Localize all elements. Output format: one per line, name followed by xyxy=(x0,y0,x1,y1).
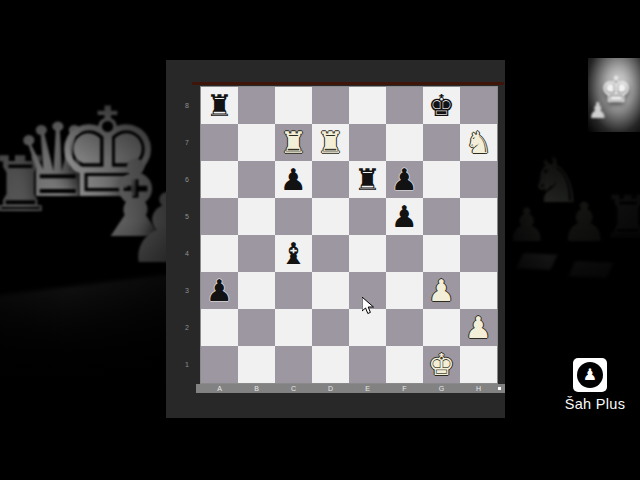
square-f3[interactable] xyxy=(386,272,423,309)
file-coordinate-strip: ABCDEFGH xyxy=(196,384,505,393)
square-d5[interactable] xyxy=(312,198,349,235)
chess-board[interactable]: ♜♚♜♜♞♟♜♟♟♝♟♟♟♚ xyxy=(200,86,498,384)
square-h6[interactable] xyxy=(460,161,497,198)
chessboard-surface xyxy=(517,253,558,270)
background-photo-right: ♞ ♟ ♟ ♜ xyxy=(498,140,640,315)
square-d8[interactable] xyxy=(312,87,349,124)
piece-black-pawn-c6[interactable]: ♟ xyxy=(275,161,312,198)
square-f6[interactable]: ♟ xyxy=(386,161,423,198)
square-f8[interactable] xyxy=(386,87,423,124)
decor-pawn-icon: ♟ xyxy=(124,181,168,277)
decor-bishop-icon: ♝ xyxy=(88,147,168,253)
channel-name: Šah Plus xyxy=(540,396,640,412)
decor-rook-icon: ♜ xyxy=(0,147,54,223)
square-a3[interactable]: ♟ xyxy=(201,272,238,309)
square-d7[interactable]: ♜ xyxy=(312,124,349,161)
square-f4[interactable] xyxy=(386,235,423,272)
square-g7[interactable] xyxy=(423,124,460,161)
piece-white-knight-h7[interactable]: ♞ xyxy=(460,124,497,161)
square-g8[interactable]: ♚ xyxy=(423,87,460,124)
square-b7[interactable] xyxy=(238,124,275,161)
piece-white-king-g1[interactable]: ♚ xyxy=(423,346,460,383)
chess-app-panel: 87654321 ♜♚♜♜♞♟♜♟♟♝♟♟♟♚ ABCDEFGH xyxy=(166,60,505,418)
square-a7[interactable] xyxy=(201,124,238,161)
square-b6[interactable] xyxy=(238,161,275,198)
square-c6[interactable]: ♟ xyxy=(275,161,312,198)
rank-label-3: 3 xyxy=(178,272,196,309)
square-b4[interactable] xyxy=(238,235,275,272)
piece-black-pawn-f5[interactable]: ♟ xyxy=(386,198,423,235)
piece-white-rook-d7[interactable]: ♜ xyxy=(312,124,349,161)
file-labels: ABCDEFGH xyxy=(201,384,497,393)
decor-rook-icon: ♜ xyxy=(602,188,640,246)
square-g4[interactable] xyxy=(423,235,460,272)
piece-black-rook-e6[interactable]: ♜ xyxy=(349,161,386,198)
square-c8[interactable] xyxy=(275,87,312,124)
square-e8[interactable] xyxy=(349,87,386,124)
file-label-b: B xyxy=(238,384,275,393)
square-e5[interactable] xyxy=(349,198,386,235)
rank-label-8: 8 xyxy=(178,87,196,124)
file-label-e: E xyxy=(349,384,386,393)
square-g5[interactable] xyxy=(423,198,460,235)
square-d2[interactable] xyxy=(312,309,349,346)
decor-queen-icon: ♛ xyxy=(12,110,103,212)
square-c7[interactable]: ♜ xyxy=(275,124,312,161)
square-b1[interactable] xyxy=(238,346,275,383)
piece-white-rook-c7[interactable]: ♜ xyxy=(275,124,312,161)
file-label-c: C xyxy=(275,384,312,393)
square-e6[interactable]: ♜ xyxy=(349,161,386,198)
decor-knight-icon: ♞ xyxy=(528,150,584,212)
square-a1[interactable] xyxy=(201,346,238,383)
file-label-h: H xyxy=(460,384,497,393)
square-b5[interactable] xyxy=(238,198,275,235)
background-photo-right-top: ♚ ♟ xyxy=(588,58,640,132)
square-g3[interactable]: ♟ xyxy=(423,272,460,309)
square-e4[interactable] xyxy=(349,235,386,272)
square-g1[interactable]: ♚ xyxy=(423,346,460,383)
square-c3[interactable] xyxy=(275,272,312,309)
square-d6[interactable] xyxy=(312,161,349,198)
file-label-g: G xyxy=(423,384,460,393)
square-e1[interactable] xyxy=(349,346,386,383)
rank-label-7: 7 xyxy=(178,124,196,161)
square-d4[interactable] xyxy=(312,235,349,272)
chessboard-surface xyxy=(0,274,168,406)
square-f7[interactable] xyxy=(386,124,423,161)
square-h4[interactable] xyxy=(460,235,497,272)
square-h5[interactable] xyxy=(460,198,497,235)
decor-white-pawn-icon: ♟ xyxy=(588,100,608,122)
square-a2[interactable] xyxy=(201,309,238,346)
strip-corner-dot xyxy=(498,387,501,390)
rank-label-4: 4 xyxy=(178,235,196,272)
square-a5[interactable] xyxy=(201,198,238,235)
square-c1[interactable] xyxy=(275,346,312,383)
decor-pawn-icon: ♟ xyxy=(560,196,608,250)
square-h3[interactable] xyxy=(460,272,497,309)
square-h1[interactable] xyxy=(460,346,497,383)
square-g6[interactable] xyxy=(423,161,460,198)
square-c4[interactable]: ♝ xyxy=(275,235,312,272)
square-f5[interactable]: ♟ xyxy=(386,198,423,235)
rank-label-6: 6 xyxy=(178,161,196,198)
square-d3[interactable] xyxy=(312,272,349,309)
panel-accent-line xyxy=(192,82,504,85)
file-label-d: D xyxy=(312,384,349,393)
square-a6[interactable] xyxy=(201,161,238,198)
square-h2[interactable]: ♟ xyxy=(460,309,497,346)
square-c2[interactable] xyxy=(275,309,312,346)
video-frame: { "game": "chess", "position": { "fen": … xyxy=(0,0,640,480)
rank-label-2: 2 xyxy=(178,309,196,346)
piece-black-rook-a8[interactable]: ♜ xyxy=(201,87,238,124)
square-f1[interactable] xyxy=(386,346,423,383)
decor-king-icon: ♚ xyxy=(52,91,163,215)
channel-logo: ♟ xyxy=(573,358,607,392)
piece-black-pawn-a3[interactable]: ♟ xyxy=(201,272,238,309)
decor-pawn-icon: ♟ xyxy=(506,202,547,248)
logo-circle: ♟ xyxy=(577,362,603,388)
square-a4[interactable] xyxy=(201,235,238,272)
square-d1[interactable] xyxy=(312,346,349,383)
square-e7[interactable] xyxy=(349,124,386,161)
square-b3[interactable] xyxy=(238,272,275,309)
piece-white-pawn-g3[interactable]: ♟ xyxy=(423,272,460,309)
rank-label-5: 5 xyxy=(178,198,196,235)
square-g2[interactable] xyxy=(423,309,460,346)
square-h8[interactable] xyxy=(460,87,497,124)
square-a8[interactable]: ♜ xyxy=(201,87,238,124)
chessboard-surface xyxy=(569,261,614,278)
piece-black-pawn-f6[interactable]: ♟ xyxy=(386,161,423,198)
mouse-cursor xyxy=(362,297,375,316)
square-h7[interactable]: ♞ xyxy=(460,124,497,161)
rank-label-1: 1 xyxy=(178,346,196,383)
piece-black-king-g8[interactable]: ♚ xyxy=(423,87,460,124)
piece-black-bishop-c4[interactable]: ♝ xyxy=(275,235,312,272)
square-b8[interactable] xyxy=(238,87,275,124)
file-label-a: A xyxy=(201,384,238,393)
square-f2[interactable] xyxy=(386,309,423,346)
square-c5[interactable] xyxy=(275,198,312,235)
square-b2[interactable] xyxy=(238,309,275,346)
background-photo-left: ♜ ♛ ♚ ♝ ♟ xyxy=(0,55,168,425)
rank-labels: 87654321 xyxy=(178,87,196,383)
logo-pawn-icon: ♟ xyxy=(583,367,597,383)
piece-white-pawn-h2[interactable]: ♟ xyxy=(460,309,497,346)
file-label-f: F xyxy=(386,384,423,393)
